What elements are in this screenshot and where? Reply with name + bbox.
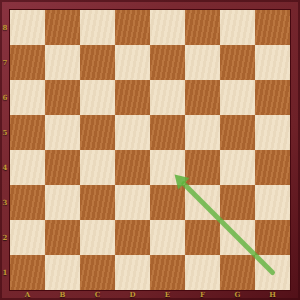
square-d5[interactable]: [115, 115, 150, 150]
square-g1[interactable]: [220, 255, 255, 290]
square-b6[interactable]: [45, 80, 80, 115]
square-d7[interactable]: [115, 45, 150, 80]
square-f5[interactable]: [185, 115, 220, 150]
square-a3[interactable]: [10, 185, 45, 220]
square-a1[interactable]: [10, 255, 45, 290]
square-h7[interactable]: [255, 45, 290, 80]
square-g3[interactable]: [220, 185, 255, 220]
square-e2[interactable]: [150, 220, 185, 255]
file-label-e: E: [163, 291, 173, 298]
square-b7[interactable]: [45, 45, 80, 80]
square-e7[interactable]: [150, 45, 185, 80]
file-label-h: H: [268, 291, 278, 298]
square-e4[interactable]: [150, 150, 185, 185]
square-f1[interactable]: [185, 255, 220, 290]
file-label-g: G: [233, 291, 243, 298]
square-a8[interactable]: [10, 10, 45, 45]
square-g5[interactable]: [220, 115, 255, 150]
rank-label-8: 8: [0, 24, 10, 31]
square-d4[interactable]: [115, 150, 150, 185]
square-f7[interactable]: [185, 45, 220, 80]
square-d3[interactable]: [115, 185, 150, 220]
square-g4[interactable]: [220, 150, 255, 185]
square-d8[interactable]: [115, 10, 150, 45]
square-e6[interactable]: [150, 80, 185, 115]
square-c4[interactable]: [80, 150, 115, 185]
square-g8[interactable]: [220, 10, 255, 45]
square-f8[interactable]: [185, 10, 220, 45]
square-b4[interactable]: [45, 150, 80, 185]
rank-label-4: 4: [0, 164, 10, 171]
rank-label-1: 1: [0, 269, 10, 276]
rank-label-6: 6: [0, 94, 10, 101]
square-c5[interactable]: [80, 115, 115, 150]
square-b3[interactable]: [45, 185, 80, 220]
square-a5[interactable]: [10, 115, 45, 150]
square-h3[interactable]: [255, 185, 290, 220]
square-f6[interactable]: [185, 80, 220, 115]
square-a6[interactable]: [10, 80, 45, 115]
square-a4[interactable]: [10, 150, 45, 185]
square-g7[interactable]: [220, 45, 255, 80]
file-label-a: A: [23, 291, 33, 298]
square-a2[interactable]: [10, 220, 45, 255]
square-h1[interactable]: [255, 255, 290, 290]
square-b8[interactable]: [45, 10, 80, 45]
square-c3[interactable]: [80, 185, 115, 220]
chess-board-frame: 87654321ABCDEFGH: [0, 0, 300, 300]
square-b5[interactable]: [45, 115, 80, 150]
file-label-d: D: [128, 291, 138, 298]
square-h4[interactable]: [255, 150, 290, 185]
square-f4[interactable]: [185, 150, 220, 185]
square-h6[interactable]: [255, 80, 290, 115]
square-e5[interactable]: [150, 115, 185, 150]
square-g6[interactable]: [220, 80, 255, 115]
square-c7[interactable]: [80, 45, 115, 80]
square-e3[interactable]: [150, 185, 185, 220]
square-d1[interactable]: [115, 255, 150, 290]
chess-board: [10, 10, 290, 290]
rank-label-7: 7: [0, 59, 10, 66]
square-a7[interactable]: [10, 45, 45, 80]
square-e1[interactable]: [150, 255, 185, 290]
square-f3[interactable]: [185, 185, 220, 220]
square-f2[interactable]: [185, 220, 220, 255]
square-d2[interactable]: [115, 220, 150, 255]
square-g2[interactable]: [220, 220, 255, 255]
square-c8[interactable]: [80, 10, 115, 45]
square-e8[interactable]: [150, 10, 185, 45]
rank-label-3: 3: [0, 199, 10, 206]
square-h8[interactable]: [255, 10, 290, 45]
square-b1[interactable]: [45, 255, 80, 290]
square-h5[interactable]: [255, 115, 290, 150]
rank-label-2: 2: [0, 234, 10, 241]
square-d6[interactable]: [115, 80, 150, 115]
file-label-b: B: [58, 291, 68, 298]
square-c2[interactable]: [80, 220, 115, 255]
file-label-c: C: [93, 291, 103, 298]
rank-label-5: 5: [0, 129, 10, 136]
file-label-f: F: [198, 291, 208, 298]
square-h2[interactable]: [255, 220, 290, 255]
square-c1[interactable]: [80, 255, 115, 290]
square-c6[interactable]: [80, 80, 115, 115]
square-b2[interactable]: [45, 220, 80, 255]
